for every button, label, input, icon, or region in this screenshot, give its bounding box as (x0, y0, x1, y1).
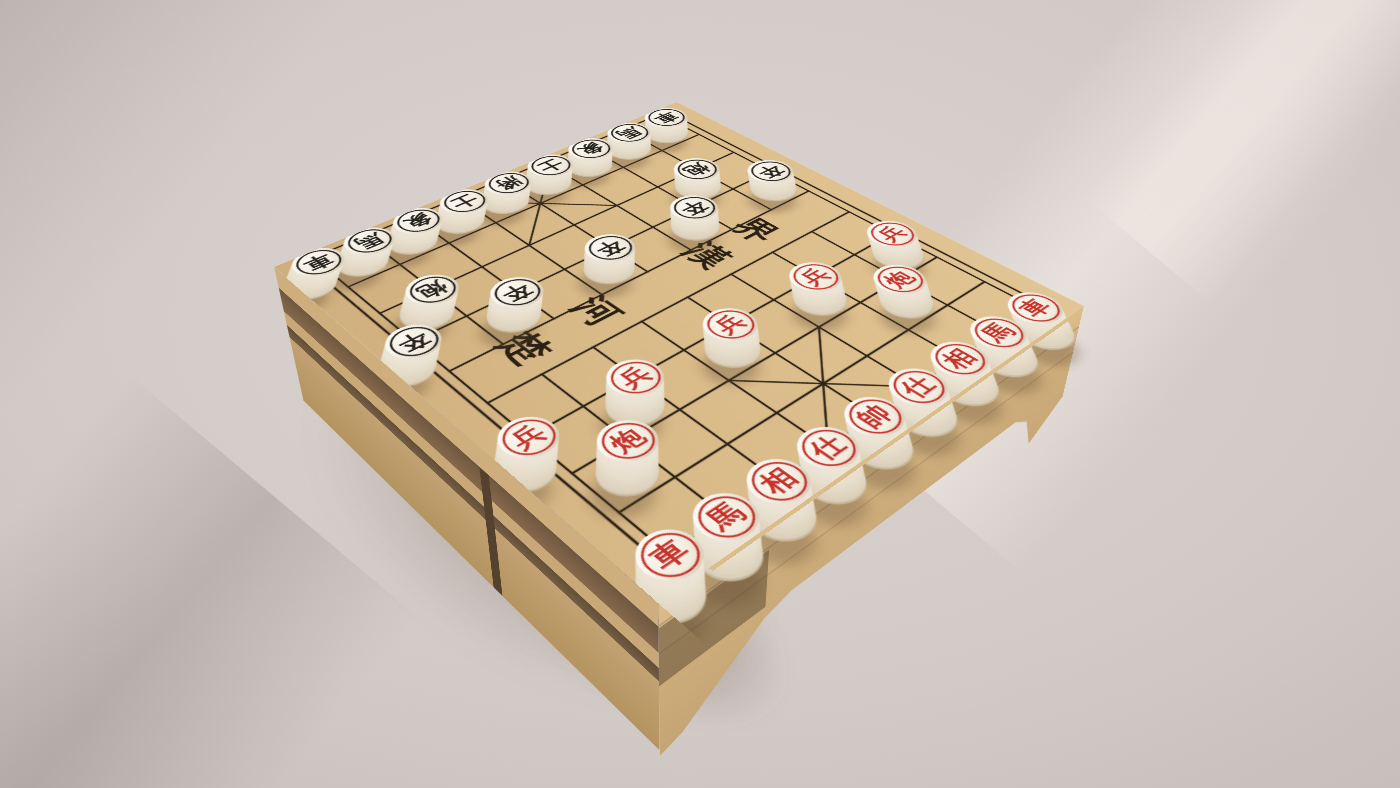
piece-glyph: 炮 (863, 259, 936, 300)
piece-red-cannon-f7r7[interactable]: 炮 (863, 259, 936, 300)
piece-black-soldier-f0r3[interactable]: 卒 (375, 318, 452, 366)
piece-glyph: 兵 (692, 302, 769, 348)
piece-glyph: 卒 (661, 191, 728, 226)
piece-black-soldier-f4r3[interactable]: 卒 (575, 229, 645, 268)
light-streak-right-2 (1082, 0, 1400, 304)
piece-glyph: 卒 (375, 318, 452, 366)
river-char-chu: 楚 (486, 324, 564, 372)
piece-black-cannon-f7r2[interactable]: 炮 (665, 154, 729, 186)
piece-black-soldier-f6r3[interactable]: 卒 (661, 191, 728, 226)
piece-glyph: 卒 (575, 229, 645, 268)
piece-glyph: 卒 (738, 156, 802, 188)
piece-glyph: 炮 (665, 154, 729, 186)
piece-glyph: 兵 (857, 216, 927, 253)
piece-glyph: 炮 (584, 412, 670, 470)
piece-red-soldier-f6r6[interactable]: 兵 (779, 257, 852, 298)
piece-black-soldier-f2r3[interactable]: 卒 (480, 271, 554, 314)
piece-glyph: 炮 (396, 269, 469, 311)
piece-red-soldier-f4r6[interactable]: 兵 (692, 302, 769, 348)
piece-glyph: 兵 (595, 352, 676, 403)
piece-red-cannon-f1r7[interactable]: 炮 (584, 412, 670, 470)
piece-black-soldier-f8r3[interactable]: 卒 (738, 156, 802, 188)
piece-glyph: 兵 (486, 409, 572, 467)
piece-red-soldier-f2r6[interactable]: 兵 (595, 352, 676, 403)
piece-glyph: 卒 (480, 271, 554, 314)
piece-glyph: 兵 (779, 257, 852, 298)
river-char-he: 河 (559, 289, 634, 334)
shelf-divider (479, 467, 502, 596)
piece-red-soldier-f8r6[interactable]: 兵 (857, 216, 927, 253)
piece-red-soldier-f0r6[interactable]: 兵 (486, 409, 572, 467)
scene: 楚 河 漢 界 車馬象士將士象馬車炮炮卒卒卒卒卒兵兵兵兵兵炮炮車馬相仕帥仕相馬車 (0, 0, 1400, 788)
piece-black-cannon-f1r2[interactable]: 炮 (396, 269, 469, 311)
